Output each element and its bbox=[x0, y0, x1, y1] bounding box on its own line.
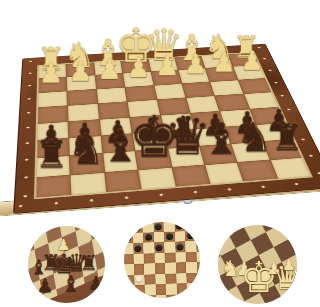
checkers-square bbox=[124, 254, 134, 265]
pieces-layer: ♜♞♝♚♛♝♞♜♟♟♟♟♟♟♟♟♟♟♟♟♟♟♟♟♜♞♝♚♛♝♞♜ bbox=[33, 51, 315, 200]
checkers-square bbox=[185, 230, 196, 241]
checkers-square bbox=[144, 274, 155, 285]
checkers-square bbox=[164, 222, 175, 232]
checker-disc-white bbox=[136, 276, 144, 284]
checker-disc-black bbox=[176, 243, 184, 251]
checker-disc-black bbox=[124, 234, 131, 242]
checkers-square bbox=[196, 251, 200, 262]
checkers-square bbox=[156, 294, 167, 298]
piece-black-rook: ♜ bbox=[17, 101, 84, 172]
checker-disc-black bbox=[166, 233, 174, 241]
inset-piece-dark-pawn: ♟ bbox=[36, 276, 53, 294]
checkers-square bbox=[187, 283, 198, 294]
checkers-square bbox=[143, 232, 154, 243]
inset-piece-dark-bishop: ♝ bbox=[61, 274, 81, 295]
checkers-square bbox=[186, 262, 197, 273]
checkers-square bbox=[166, 284, 177, 295]
checkers-square bbox=[155, 273, 166, 284]
checkers-square bbox=[134, 264, 145, 275]
checkers-square bbox=[186, 251, 197, 262]
checkers-square bbox=[198, 293, 200, 298]
piece-white-pawn: ♟ bbox=[22, 27, 79, 88]
checkers-square bbox=[134, 274, 145, 285]
checkers-square bbox=[175, 262, 186, 273]
checker-disc-black bbox=[134, 244, 142, 252]
checkers-square bbox=[154, 253, 165, 264]
checkers-square bbox=[185, 241, 196, 252]
checkers-square bbox=[133, 253, 144, 264]
checkers-square bbox=[145, 295, 156, 298]
checkers-square bbox=[196, 262, 200, 273]
checkers-square bbox=[153, 232, 164, 243]
checkers-square bbox=[187, 293, 198, 298]
checkers-square bbox=[197, 272, 200, 283]
checkers-square bbox=[176, 273, 187, 284]
checkers-square bbox=[124, 264, 134, 275]
checkers-square bbox=[164, 231, 175, 242]
checkers-square bbox=[186, 272, 197, 283]
inset-piece-light-pawn: ♟ bbox=[282, 258, 295, 272]
chess-piece-glyph: ♜ bbox=[34, 136, 68, 172]
checkers-square bbox=[135, 295, 146, 298]
checkers-square bbox=[165, 273, 176, 284]
checkers-square bbox=[154, 242, 165, 253]
checkers-square bbox=[132, 232, 143, 243]
checkers-square bbox=[144, 263, 155, 274]
checkers-square bbox=[175, 252, 186, 263]
checker-disc-black bbox=[145, 234, 153, 242]
checkers-square bbox=[144, 253, 155, 264]
checkers-square bbox=[133, 243, 144, 254]
checkers-square bbox=[124, 275, 134, 286]
checker-disc-black bbox=[155, 244, 163, 252]
inset-light-pieces-closeup: ♞♟♚♟♛♟ bbox=[218, 225, 297, 304]
checkers-square bbox=[155, 284, 166, 295]
inset-checkers-setup bbox=[124, 222, 200, 298]
checkers-square bbox=[155, 263, 166, 274]
inset-dark-pieces-closeup: ♟♝♜♚♛♜♟♝♟ bbox=[28, 226, 105, 303]
checkers-square bbox=[174, 231, 185, 242]
checkers-square bbox=[166, 294, 177, 298]
checkers-square bbox=[176, 283, 187, 294]
chess-board: ♜♞♝♚♛♝♞♜♟♟♟♟♟♟♟♟♟♟♟♟♟♟♟♟♜♞♝♚♛♝♞♜ bbox=[13, 44, 320, 214]
checker-disc-black bbox=[187, 232, 195, 240]
checkers-square bbox=[124, 296, 135, 298]
checkers-square bbox=[124, 285, 135, 296]
checkers-square bbox=[164, 242, 175, 253]
checkers-square bbox=[177, 294, 188, 298]
checkers-square bbox=[195, 230, 200, 241]
checkers-square bbox=[145, 284, 156, 295]
checkers-square bbox=[153, 222, 164, 232]
checker-disc-black bbox=[155, 223, 163, 231]
checkers-square bbox=[134, 285, 145, 296]
product-photo: ♜♞♝♚♛♝♞♜♟♟♟♟♟♟♟♟♟♟♟♟♟♟♟♟♜♞♝♚♛♝♞♜ bbox=[0, 0, 320, 225]
checkers-square bbox=[196, 241, 200, 252]
checkers-square bbox=[175, 241, 186, 252]
checkers-square bbox=[165, 252, 176, 263]
checkers-square bbox=[143, 242, 154, 253]
checkers-square bbox=[197, 283, 200, 294]
inset-piece-dark-pawn: ♟ bbox=[88, 274, 104, 291]
checker-disc-black bbox=[197, 242, 200, 250]
checkers-square bbox=[124, 243, 133, 254]
checkers-square bbox=[165, 263, 176, 274]
checkers-square bbox=[124, 233, 133, 244]
checkers-board bbox=[124, 222, 200, 298]
